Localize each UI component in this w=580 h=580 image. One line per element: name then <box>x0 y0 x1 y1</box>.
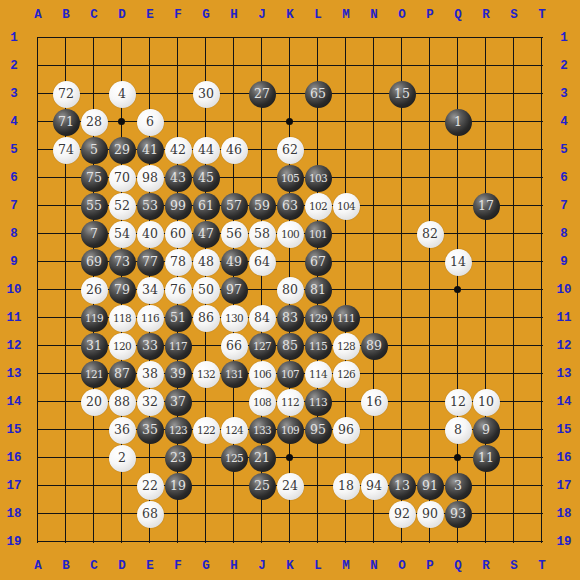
intersection-T7[interactable] <box>528 192 556 220</box>
intersection-T10[interactable] <box>528 276 556 304</box>
intersection-A8[interactable] <box>24 220 52 248</box>
intersection-M12[interactable]: 128 <box>332 332 360 360</box>
intersection-P15[interactable] <box>416 416 444 444</box>
intersection-S11[interactable] <box>500 304 528 332</box>
intersection-A19[interactable] <box>24 528 52 556</box>
intersection-N14[interactable]: 16 <box>360 388 388 416</box>
intersection-D2[interactable] <box>108 52 136 80</box>
intersection-H9[interactable]: 49 <box>220 248 248 276</box>
white-stone-move-74[interactable]: 74 <box>53 137 80 164</box>
intersection-O12[interactable] <box>388 332 416 360</box>
intersection-A12[interactable] <box>24 332 52 360</box>
black-stone-move-93[interactable]: 93 <box>445 501 472 528</box>
white-stone-move-26[interactable]: 26 <box>81 277 108 304</box>
intersection-K10[interactable]: 80 <box>276 276 304 304</box>
white-stone-move-106[interactable]: 106 <box>249 361 276 388</box>
white-stone-move-76[interactable]: 76 <box>165 277 192 304</box>
intersection-Q7[interactable] <box>444 192 472 220</box>
white-stone-move-92[interactable]: 92 <box>389 501 416 528</box>
intersection-A14[interactable] <box>24 388 52 416</box>
intersection-B12[interactable] <box>52 332 80 360</box>
white-stone-move-90[interactable]: 90 <box>417 501 444 528</box>
intersection-S3[interactable] <box>500 80 528 108</box>
intersection-P19[interactable] <box>416 528 444 556</box>
intersection-S6[interactable] <box>500 164 528 192</box>
intersection-D10[interactable]: 79 <box>108 276 136 304</box>
intersection-A13[interactable] <box>24 360 52 388</box>
intersection-L14[interactable]: 113 <box>304 388 332 416</box>
black-stone-move-105[interactable]: 105 <box>277 165 304 192</box>
intersection-E15[interactable]: 35 <box>136 416 164 444</box>
intersection-N2[interactable] <box>360 52 388 80</box>
white-stone-move-34[interactable]: 34 <box>137 277 164 304</box>
intersection-B7[interactable] <box>52 192 80 220</box>
intersection-G6[interactable]: 45 <box>192 164 220 192</box>
intersection-R19[interactable] <box>472 528 500 556</box>
intersection-J18[interactable] <box>248 500 276 528</box>
intersection-H10[interactable]: 97 <box>220 276 248 304</box>
intersection-D6[interactable]: 70 <box>108 164 136 192</box>
intersection-Q8[interactable] <box>444 220 472 248</box>
black-stone-move-99[interactable]: 99 <box>165 193 192 220</box>
intersection-K13[interactable]: 107 <box>276 360 304 388</box>
white-stone-move-102[interactable]: 102 <box>305 193 332 220</box>
intersection-F1[interactable] <box>164 24 192 52</box>
intersection-L6[interactable]: 103 <box>304 164 332 192</box>
intersection-D17[interactable] <box>108 472 136 500</box>
intersection-C11[interactable]: 119 <box>80 304 108 332</box>
intersection-C10[interactable]: 26 <box>80 276 108 304</box>
black-stone-move-23[interactable]: 23 <box>165 445 192 472</box>
intersection-K7[interactable]: 63 <box>276 192 304 220</box>
intersection-G13[interactable]: 132 <box>192 360 220 388</box>
white-stone-move-62[interactable]: 62 <box>277 137 304 164</box>
black-stone-move-129[interactable]: 129 <box>305 305 332 332</box>
intersection-H4[interactable] <box>220 108 248 136</box>
intersection-N6[interactable] <box>360 164 388 192</box>
white-stone-move-8[interactable]: 8 <box>445 417 472 444</box>
intersection-R1[interactable] <box>472 24 500 52</box>
black-stone-move-95[interactable]: 95 <box>305 417 332 444</box>
intersection-A17[interactable] <box>24 472 52 500</box>
intersection-C4[interactable]: 28 <box>80 108 108 136</box>
intersection-S7[interactable] <box>500 192 528 220</box>
black-stone-move-69[interactable]: 69 <box>81 249 108 276</box>
intersection-N4[interactable] <box>360 108 388 136</box>
black-stone-move-121[interactable]: 121 <box>81 361 108 388</box>
intersection-G12[interactable] <box>192 332 220 360</box>
intersection-P8[interactable]: 82 <box>416 220 444 248</box>
white-stone-move-100[interactable]: 100 <box>277 221 304 248</box>
intersection-H12[interactable]: 66 <box>220 332 248 360</box>
black-stone-move-119[interactable]: 119 <box>81 305 108 332</box>
intersection-K8[interactable]: 100 <box>276 220 304 248</box>
intersection-F13[interactable]: 39 <box>164 360 192 388</box>
intersection-R18[interactable] <box>472 500 500 528</box>
intersection-B13[interactable] <box>52 360 80 388</box>
black-stone-move-59[interactable]: 59 <box>249 193 276 220</box>
intersection-P1[interactable] <box>416 24 444 52</box>
white-stone-move-114[interactable]: 114 <box>305 361 332 388</box>
intersection-B11[interactable] <box>52 304 80 332</box>
intersection-R12[interactable] <box>472 332 500 360</box>
intersection-S12[interactable] <box>500 332 528 360</box>
intersection-G11[interactable]: 86 <box>192 304 220 332</box>
intersection-B1[interactable] <box>52 24 80 52</box>
black-stone-move-27[interactable]: 27 <box>249 81 276 108</box>
intersection-E19[interactable] <box>136 528 164 556</box>
intersection-L4[interactable] <box>304 108 332 136</box>
intersection-F17[interactable]: 19 <box>164 472 192 500</box>
black-stone-move-131[interactable]: 131 <box>221 361 248 388</box>
intersection-C3[interactable] <box>80 80 108 108</box>
intersection-S10[interactable] <box>500 276 528 304</box>
black-stone-move-63[interactable]: 63 <box>277 193 304 220</box>
intersection-B5[interactable]: 74 <box>52 136 80 164</box>
intersection-T9[interactable] <box>528 248 556 276</box>
white-stone-move-64[interactable]: 64 <box>249 249 276 276</box>
intersection-F7[interactable]: 99 <box>164 192 192 220</box>
intersection-E18[interactable]: 68 <box>136 500 164 528</box>
intersection-S19[interactable] <box>500 528 528 556</box>
intersection-J5[interactable] <box>248 136 276 164</box>
intersection-S2[interactable] <box>500 52 528 80</box>
intersection-F19[interactable] <box>164 528 192 556</box>
black-stone-move-35[interactable]: 35 <box>137 417 164 444</box>
intersection-M5[interactable] <box>332 136 360 164</box>
intersection-Q3[interactable] <box>444 80 472 108</box>
intersection-C9[interactable]: 69 <box>80 248 108 276</box>
black-stone-move-39[interactable]: 39 <box>165 361 192 388</box>
white-stone-move-68[interactable]: 68 <box>137 501 164 528</box>
black-stone-move-19[interactable]: 19 <box>165 473 192 500</box>
intersection-S15[interactable] <box>500 416 528 444</box>
white-stone-move-98[interactable]: 98 <box>137 165 164 192</box>
white-stone-move-130[interactable]: 130 <box>221 305 248 332</box>
intersection-K9[interactable] <box>276 248 304 276</box>
intersection-N1[interactable] <box>360 24 388 52</box>
intersection-N8[interactable] <box>360 220 388 248</box>
intersection-B3[interactable]: 72 <box>52 80 80 108</box>
white-stone-move-86[interactable]: 86 <box>193 305 220 332</box>
intersection-K18[interactable] <box>276 500 304 528</box>
intersection-C2[interactable] <box>80 52 108 80</box>
intersection-F11[interactable]: 51 <box>164 304 192 332</box>
black-stone-move-25[interactable]: 25 <box>249 473 276 500</box>
intersection-D15[interactable]: 36 <box>108 416 136 444</box>
black-stone-move-29[interactable]: 29 <box>109 137 136 164</box>
intersection-F12[interactable]: 117 <box>164 332 192 360</box>
intersection-K1[interactable] <box>276 24 304 52</box>
intersection-J10[interactable] <box>248 276 276 304</box>
intersection-R6[interactable] <box>472 164 500 192</box>
intersection-R15[interactable]: 9 <box>472 416 500 444</box>
white-stone-move-80[interactable]: 80 <box>277 277 304 304</box>
black-stone-move-9[interactable]: 9 <box>473 417 500 444</box>
black-stone-move-65[interactable]: 65 <box>305 81 332 108</box>
intersection-P5[interactable] <box>416 136 444 164</box>
intersection-D19[interactable] <box>108 528 136 556</box>
white-stone-move-54[interactable]: 54 <box>109 221 136 248</box>
intersection-N5[interactable] <box>360 136 388 164</box>
intersection-K3[interactable] <box>276 80 304 108</box>
intersection-P7[interactable] <box>416 192 444 220</box>
intersection-S8[interactable] <box>500 220 528 248</box>
intersection-A5[interactable] <box>24 136 52 164</box>
intersection-R8[interactable] <box>472 220 500 248</box>
intersection-R17[interactable] <box>472 472 500 500</box>
intersection-Q5[interactable] <box>444 136 472 164</box>
intersection-N18[interactable] <box>360 500 388 528</box>
black-stone-move-79[interactable]: 79 <box>109 277 136 304</box>
intersection-J4[interactable] <box>248 108 276 136</box>
intersection-Q9[interactable]: 14 <box>444 248 472 276</box>
intersection-P11[interactable] <box>416 304 444 332</box>
white-stone-move-60[interactable]: 60 <box>165 221 192 248</box>
intersection-C19[interactable] <box>80 528 108 556</box>
intersection-R4[interactable] <box>472 108 500 136</box>
intersection-C8[interactable]: 7 <box>80 220 108 248</box>
intersection-G8[interactable]: 47 <box>192 220 220 248</box>
intersection-D12[interactable]: 120 <box>108 332 136 360</box>
white-stone-move-58[interactable]: 58 <box>249 221 276 248</box>
black-stone-move-21[interactable]: 21 <box>249 445 276 472</box>
black-stone-move-51[interactable]: 51 <box>165 305 192 332</box>
intersection-O16[interactable] <box>388 444 416 472</box>
intersection-F10[interactable]: 76 <box>164 276 192 304</box>
intersection-O3[interactable]: 15 <box>388 80 416 108</box>
intersection-L10[interactable]: 81 <box>304 276 332 304</box>
intersection-T3[interactable] <box>528 80 556 108</box>
white-stone-move-28[interactable]: 28 <box>81 109 108 136</box>
intersection-F2[interactable] <box>164 52 192 80</box>
intersection-F8[interactable]: 60 <box>164 220 192 248</box>
intersection-H13[interactable]: 131 <box>220 360 248 388</box>
intersection-L2[interactable] <box>304 52 332 80</box>
intersection-J14[interactable]: 108 <box>248 388 276 416</box>
intersection-A6[interactable] <box>24 164 52 192</box>
intersection-M17[interactable]: 18 <box>332 472 360 500</box>
white-stone-move-20[interactable]: 20 <box>81 389 108 416</box>
intersection-K17[interactable]: 24 <box>276 472 304 500</box>
white-stone-move-10[interactable]: 10 <box>473 389 500 416</box>
intersection-B10[interactable] <box>52 276 80 304</box>
white-stone-move-2[interactable]: 2 <box>109 445 136 472</box>
black-stone-move-3[interactable]: 3 <box>445 473 472 500</box>
intersection-O14[interactable] <box>388 388 416 416</box>
intersection-G1[interactable] <box>192 24 220 52</box>
white-stone-move-70[interactable]: 70 <box>109 165 136 192</box>
intersection-P6[interactable] <box>416 164 444 192</box>
intersection-J6[interactable] <box>248 164 276 192</box>
intersection-H19[interactable] <box>220 528 248 556</box>
intersection-T6[interactable] <box>528 164 556 192</box>
intersection-E4[interactable]: 6 <box>136 108 164 136</box>
black-stone-move-43[interactable]: 43 <box>165 165 192 192</box>
black-stone-move-57[interactable]: 57 <box>221 193 248 220</box>
black-stone-move-73[interactable]: 73 <box>109 249 136 276</box>
intersection-A9[interactable] <box>24 248 52 276</box>
intersection-R5[interactable] <box>472 136 500 164</box>
intersection-O10[interactable] <box>388 276 416 304</box>
intersection-F16[interactable]: 23 <box>164 444 192 472</box>
intersection-O15[interactable] <box>388 416 416 444</box>
intersection-K15[interactable]: 109 <box>276 416 304 444</box>
intersection-L16[interactable] <box>304 444 332 472</box>
intersection-G7[interactable]: 61 <box>192 192 220 220</box>
intersection-D7[interactable]: 52 <box>108 192 136 220</box>
intersection-E3[interactable] <box>136 80 164 108</box>
intersection-N11[interactable] <box>360 304 388 332</box>
intersection-F15[interactable]: 123 <box>164 416 192 444</box>
intersection-M18[interactable] <box>332 500 360 528</box>
intersection-L9[interactable]: 67 <box>304 248 332 276</box>
intersection-H2[interactable] <box>220 52 248 80</box>
black-stone-move-47[interactable]: 47 <box>193 221 220 248</box>
intersection-M10[interactable] <box>332 276 360 304</box>
intersection-E9[interactable]: 77 <box>136 248 164 276</box>
intersection-K2[interactable] <box>276 52 304 80</box>
intersection-K19[interactable] <box>276 528 304 556</box>
black-stone-move-127[interactable]: 127 <box>249 333 276 360</box>
intersection-B19[interactable] <box>52 528 80 556</box>
intersection-H3[interactable] <box>220 80 248 108</box>
black-stone-move-17[interactable]: 17 <box>473 193 500 220</box>
black-stone-move-49[interactable]: 49 <box>221 249 248 276</box>
white-stone-move-128[interactable]: 128 <box>333 333 360 360</box>
intersection-T15[interactable] <box>528 416 556 444</box>
intersection-P18[interactable]: 90 <box>416 500 444 528</box>
white-stone-move-44[interactable]: 44 <box>193 137 220 164</box>
black-stone-move-41[interactable]: 41 <box>137 137 164 164</box>
intersection-F9[interactable]: 78 <box>164 248 192 276</box>
intersection-M6[interactable] <box>332 164 360 192</box>
black-stone-move-85[interactable]: 85 <box>277 333 304 360</box>
intersection-D5[interactable]: 29 <box>108 136 136 164</box>
intersection-H1[interactable] <box>220 24 248 52</box>
intersection-E12[interactable]: 33 <box>136 332 164 360</box>
intersection-N12[interactable]: 89 <box>360 332 388 360</box>
intersection-C16[interactable] <box>80 444 108 472</box>
white-stone-move-18[interactable]: 18 <box>333 473 360 500</box>
intersection-H16[interactable]: 125 <box>220 444 248 472</box>
intersection-M1[interactable] <box>332 24 360 52</box>
intersection-E6[interactable]: 98 <box>136 164 164 192</box>
black-stone-move-11[interactable]: 11 <box>473 445 500 472</box>
intersection-H8[interactable]: 56 <box>220 220 248 248</box>
intersection-S16[interactable] <box>500 444 528 472</box>
intersection-F6[interactable]: 43 <box>164 164 192 192</box>
intersection-O11[interactable] <box>388 304 416 332</box>
intersection-S14[interactable] <box>500 388 528 416</box>
intersection-A1[interactable] <box>24 24 52 52</box>
white-stone-move-6[interactable]: 6 <box>137 109 164 136</box>
intersection-N3[interactable] <box>360 80 388 108</box>
intersection-M9[interactable] <box>332 248 360 276</box>
intersection-B8[interactable] <box>52 220 80 248</box>
white-stone-move-112[interactable]: 112 <box>277 389 304 416</box>
intersection-T11[interactable] <box>528 304 556 332</box>
intersection-A3[interactable] <box>24 80 52 108</box>
intersection-B2[interactable] <box>52 52 80 80</box>
intersection-L19[interactable] <box>304 528 332 556</box>
white-stone-move-12[interactable]: 12 <box>445 389 472 416</box>
intersection-G15[interactable]: 122 <box>192 416 220 444</box>
intersection-O5[interactable] <box>388 136 416 164</box>
intersection-Q6[interactable] <box>444 164 472 192</box>
intersection-M19[interactable] <box>332 528 360 556</box>
intersection-O8[interactable] <box>388 220 416 248</box>
intersection-N19[interactable] <box>360 528 388 556</box>
black-stone-move-109[interactable]: 109 <box>277 417 304 444</box>
black-stone-move-33[interactable]: 33 <box>137 333 164 360</box>
intersection-L7[interactable]: 102 <box>304 192 332 220</box>
intersection-O1[interactable] <box>388 24 416 52</box>
intersection-O7[interactable] <box>388 192 416 220</box>
intersection-O9[interactable] <box>388 248 416 276</box>
intersection-M7[interactable]: 104 <box>332 192 360 220</box>
intersection-E8[interactable]: 40 <box>136 220 164 248</box>
white-stone-move-78[interactable]: 78 <box>165 249 192 276</box>
intersection-J13[interactable]: 106 <box>248 360 276 388</box>
intersection-D16[interactable]: 2 <box>108 444 136 472</box>
intersection-E10[interactable]: 34 <box>136 276 164 304</box>
intersection-T16[interactable] <box>528 444 556 472</box>
intersection-M2[interactable] <box>332 52 360 80</box>
intersection-J17[interactable]: 25 <box>248 472 276 500</box>
intersection-F14[interactable]: 37 <box>164 388 192 416</box>
intersection-G17[interactable] <box>192 472 220 500</box>
intersection-M11[interactable]: 111 <box>332 304 360 332</box>
intersection-B4[interactable]: 71 <box>52 108 80 136</box>
intersection-B16[interactable] <box>52 444 80 472</box>
black-stone-move-75[interactable]: 75 <box>81 165 108 192</box>
intersection-T14[interactable] <box>528 388 556 416</box>
intersection-J19[interactable] <box>248 528 276 556</box>
intersection-H6[interactable] <box>220 164 248 192</box>
intersection-B15[interactable] <box>52 416 80 444</box>
white-stone-move-52[interactable]: 52 <box>109 193 136 220</box>
white-stone-move-84[interactable]: 84 <box>249 305 276 332</box>
intersection-J11[interactable]: 84 <box>248 304 276 332</box>
intersection-K4[interactable] <box>276 108 304 136</box>
intersection-N7[interactable] <box>360 192 388 220</box>
intersection-E7[interactable]: 53 <box>136 192 164 220</box>
white-stone-move-50[interactable]: 50 <box>193 277 220 304</box>
white-stone-move-88[interactable]: 88 <box>109 389 136 416</box>
white-stone-move-120[interactable]: 120 <box>109 333 136 360</box>
intersection-J2[interactable] <box>248 52 276 80</box>
intersection-C15[interactable] <box>80 416 108 444</box>
intersection-P14[interactable] <box>416 388 444 416</box>
intersection-T4[interactable] <box>528 108 556 136</box>
intersection-R10[interactable] <box>472 276 500 304</box>
black-stone-move-61[interactable]: 61 <box>193 193 220 220</box>
intersection-S4[interactable] <box>500 108 528 136</box>
black-stone-move-81[interactable]: 81 <box>305 277 332 304</box>
intersection-P2[interactable] <box>416 52 444 80</box>
intersection-D13[interactable]: 87 <box>108 360 136 388</box>
intersection-J15[interactable]: 133 <box>248 416 276 444</box>
intersection-Q10[interactable] <box>444 276 472 304</box>
intersection-T1[interactable] <box>528 24 556 52</box>
white-stone-move-32[interactable]: 32 <box>137 389 164 416</box>
intersection-H18[interactable] <box>220 500 248 528</box>
intersection-D9[interactable]: 73 <box>108 248 136 276</box>
intersection-A15[interactable] <box>24 416 52 444</box>
intersection-G18[interactable] <box>192 500 220 528</box>
intersection-L15[interactable]: 95 <box>304 416 332 444</box>
